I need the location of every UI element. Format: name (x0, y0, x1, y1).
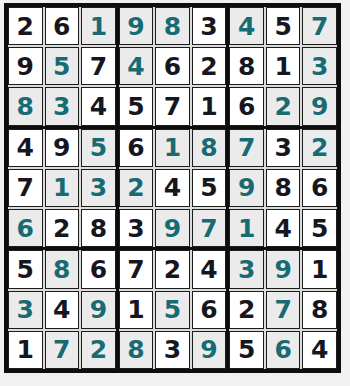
digit: 9 (53, 135, 70, 160)
digit: 2 (274, 94, 291, 119)
cell-r1c8[interactable]: 5 (266, 7, 301, 45)
cell-r9c5[interactable]: 3 (155, 331, 190, 369)
cell-r1c5[interactable]: 8 (155, 7, 190, 45)
cell-r2c1[interactable]: 9 (8, 47, 43, 85)
digit: 4 (274, 216, 291, 241)
cell-r5c3[interactable]: 3 (81, 169, 116, 207)
cell-r6c9[interactable]: 5 (302, 209, 337, 247)
digit: 6 (53, 14, 70, 39)
box-9: 391278564 (229, 250, 337, 369)
cell-r4c6[interactable]: 8 (192, 129, 227, 167)
digit: 7 (90, 54, 107, 79)
digit: 4 (90, 94, 107, 119)
cell-r8c9[interactable]: 8 (302, 291, 337, 329)
box-6: 732986145 (229, 129, 337, 248)
cell-r6c1[interactable]: 6 (8, 209, 43, 247)
cell-r9c8[interactable]: 6 (266, 331, 301, 369)
digit: 9 (311, 94, 328, 119)
digit: 3 (274, 135, 291, 160)
digit: 2 (17, 14, 34, 39)
digit: 9 (17, 54, 34, 79)
cell-r5c2[interactable]: 1 (45, 169, 80, 207)
cell-r1c2[interactable]: 6 (45, 7, 80, 45)
cell-r2c6[interactable]: 2 (192, 47, 227, 85)
digit: 7 (17, 175, 34, 200)
digit: 5 (274, 14, 291, 39)
cell-r6c4[interactable]: 3 (119, 209, 154, 247)
digit: 5 (53, 54, 70, 79)
digit: 7 (164, 94, 181, 119)
cell-r2c7[interactable]: 8 (229, 47, 264, 85)
digit: 7 (53, 337, 70, 362)
cell-r4c4[interactable]: 6 (119, 129, 154, 167)
cell-r8c8[interactable]: 7 (266, 291, 301, 329)
digit: 6 (17, 216, 34, 241)
digit: 5 (164, 297, 181, 322)
digit: 3 (311, 54, 328, 79)
cell-r7c5[interactable]: 2 (155, 250, 190, 288)
cell-r9c9[interactable]: 4 (302, 331, 337, 369)
cell-r8c4[interactable]: 1 (119, 291, 154, 329)
cell-r4c9[interactable]: 2 (302, 129, 337, 167)
digit: 9 (274, 257, 291, 282)
cell-r3c7[interactable]: 6 (229, 87, 264, 125)
digit: 7 (274, 297, 291, 322)
cell-r3c1[interactable]: 8 (8, 87, 43, 125)
cell-r7c3[interactable]: 6 (81, 250, 116, 288)
digit: 1 (164, 135, 181, 160)
cell-r5c6[interactable]: 5 (192, 169, 227, 207)
digit: 3 (17, 297, 34, 322)
cell-r1c7[interactable]: 4 (229, 7, 264, 45)
cell-r8c7[interactable]: 2 (229, 291, 264, 329)
cell-r7c1[interactable]: 5 (8, 250, 43, 288)
cell-r9c2[interactable]: 7 (45, 331, 80, 369)
digit: 1 (53, 175, 70, 200)
digit: 3 (127, 216, 144, 241)
digit: 4 (164, 175, 181, 200)
digit: 5 (311, 216, 328, 241)
digit: 6 (90, 257, 107, 282)
digit: 3 (90, 175, 107, 200)
cell-r5c4[interactable]: 2 (119, 169, 154, 207)
digit: 4 (311, 337, 328, 362)
digit: 9 (127, 14, 144, 39)
digit: 8 (127, 337, 144, 362)
digit: 6 (164, 54, 181, 79)
digit: 1 (90, 14, 107, 39)
digit: 6 (238, 94, 255, 119)
cell-r7c2[interactable]: 8 (45, 250, 80, 288)
digit: 3 (164, 337, 181, 362)
cell-r8c2[interactable]: 4 (45, 291, 80, 329)
cell-r7c9[interactable]: 1 (302, 250, 337, 288)
cell-r8c6[interactable]: 6 (192, 291, 227, 329)
digit: 8 (17, 94, 34, 119)
digit: 7 (238, 135, 255, 160)
cell-r7c6[interactable]: 4 (192, 250, 227, 288)
digit: 8 (274, 175, 291, 200)
cell-r1c1[interactable]: 2 (8, 7, 43, 45)
cell-r7c7[interactable]: 3 (229, 250, 264, 288)
cell-r6c5[interactable]: 9 (155, 209, 190, 247)
cell-r6c6[interactable]: 7 (192, 209, 227, 247)
cell-r1c9[interactable]: 7 (302, 7, 337, 45)
cell-r6c3[interactable]: 8 (81, 209, 116, 247)
digit: 6 (274, 337, 291, 362)
digit: 4 (127, 54, 144, 79)
digit: 8 (53, 257, 70, 282)
cell-r7c8[interactable]: 9 (266, 250, 301, 288)
cell-r9c7[interactable]: 5 (229, 331, 264, 369)
cell-r6c2[interactable]: 2 (45, 209, 80, 247)
digit: 1 (127, 297, 144, 322)
cell-r2c2[interactable]: 5 (45, 47, 80, 85)
digit: 1 (238, 216, 255, 241)
digit: 5 (127, 94, 144, 119)
cell-r5c9[interactable]: 6 (302, 169, 337, 207)
cell-r4c1[interactable]: 4 (8, 129, 43, 167)
digit: 2 (127, 175, 144, 200)
cell-r4c8[interactable]: 3 (266, 129, 301, 167)
cell-r3c6[interactable]: 1 (192, 87, 227, 125)
cell-r4c5[interactable]: 1 (155, 129, 190, 167)
box-5: 618245397 (119, 129, 227, 248)
cell-r9c1[interactable]: 1 (8, 331, 43, 369)
cell-r1c6[interactable]: 3 (192, 7, 227, 45)
digit: 4 (53, 297, 70, 322)
digit: 2 (311, 135, 328, 160)
box-4: 495713628 (8, 129, 116, 248)
digit: 7 (127, 257, 144, 282)
cell-r6c8[interactable]: 4 (266, 209, 301, 247)
digit: 1 (274, 54, 291, 79)
digit: 4 (238, 14, 255, 39)
digit: 5 (238, 337, 255, 362)
digit: 6 (311, 175, 328, 200)
digit: 6 (127, 135, 144, 160)
digit: 2 (238, 297, 255, 322)
digit: 8 (238, 54, 255, 79)
cell-r3c5[interactable]: 7 (155, 87, 190, 125)
digit: 9 (164, 216, 181, 241)
digit: 9 (200, 337, 217, 362)
cell-r3c8[interactable]: 2 (266, 87, 301, 125)
cell-r9c3[interactable]: 2 (81, 331, 116, 369)
cell-r5c8[interactable]: 8 (266, 169, 301, 207)
digit: 2 (53, 216, 70, 241)
digit: 3 (238, 257, 255, 282)
digit: 2 (164, 257, 181, 282)
sudoku-board: 2619578349834625714578136294957136286182… (4, 3, 341, 373)
digit: 1 (200, 94, 217, 119)
digit: 4 (17, 135, 34, 160)
cell-r9c4[interactable]: 8 (119, 331, 154, 369)
digit: 8 (200, 135, 217, 160)
digit: 2 (90, 337, 107, 362)
cell-r3c9[interactable]: 9 (302, 87, 337, 125)
digit: 7 (311, 14, 328, 39)
cell-r2c5[interactable]: 6 (155, 47, 190, 85)
cell-r8c5[interactable]: 5 (155, 291, 190, 329)
cell-r6c7[interactable]: 1 (229, 209, 264, 247)
cell-r5c7[interactable]: 9 (229, 169, 264, 207)
box-1: 261957834 (8, 7, 116, 126)
cell-r2c8[interactable]: 1 (266, 47, 301, 85)
digit: 8 (90, 216, 107, 241)
cell-r4c3[interactable]: 5 (81, 129, 116, 167)
digit: 7 (200, 216, 217, 241)
cell-r7c4[interactable]: 7 (119, 250, 154, 288)
cell-r8c3[interactable]: 9 (81, 291, 116, 329)
box-7: 586349172 (8, 250, 116, 369)
box-3: 457813629 (229, 7, 337, 126)
cell-r2c9[interactable]: 3 (302, 47, 337, 85)
cell-r2c4[interactable]: 4 (119, 47, 154, 85)
box-8: 724156839 (119, 250, 227, 369)
cell-r3c4[interactable]: 5 (119, 87, 154, 125)
cell-r9c6[interactable]: 9 (192, 331, 227, 369)
digit: 9 (90, 297, 107, 322)
cell-r2c3[interactable]: 7 (81, 47, 116, 85)
digit: 5 (17, 257, 34, 282)
cell-r1c4[interactable]: 9 (119, 7, 154, 45)
digit: 3 (200, 14, 217, 39)
digit: 3 (53, 94, 70, 119)
cell-r5c1[interactable]: 7 (8, 169, 43, 207)
digit: 4 (200, 257, 217, 282)
digit: 8 (311, 297, 328, 322)
cell-r4c2[interactable]: 9 (45, 129, 80, 167)
cell-r8c1[interactable]: 3 (8, 291, 43, 329)
cell-r4c7[interactable]: 7 (229, 129, 264, 167)
box-2: 983462571 (119, 7, 227, 126)
cell-r5c5[interactable]: 4 (155, 169, 190, 207)
digit: 5 (90, 135, 107, 160)
digit: 9 (238, 175, 255, 200)
digit: 2 (200, 54, 217, 79)
digit: 5 (200, 175, 217, 200)
digit: 6 (200, 297, 217, 322)
cell-r3c2[interactable]: 3 (45, 87, 80, 125)
cell-r1c3[interactable]: 1 (81, 7, 116, 45)
digit: 1 (311, 257, 328, 282)
cell-r3c3[interactable]: 4 (81, 87, 116, 125)
digit: 1 (17, 337, 34, 362)
digit: 8 (164, 14, 181, 39)
